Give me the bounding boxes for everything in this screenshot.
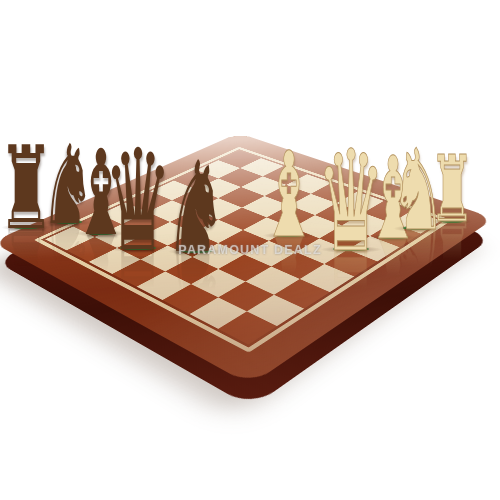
scene: ♜♜♞♞♝♝♛♛♞♞♝♝♛♛♝♝♞♞♜♜ PARAMOUNT DEALZ (0, 0, 500, 500)
watermark: PARAMOUNT DEALZ (178, 243, 321, 257)
chess-piece-light-rook: ♜ (429, 144, 474, 236)
chess-piece-dark-queen: ♛ (103, 131, 172, 271)
chess-piece-light-bishop: ♝ (260, 136, 318, 254)
